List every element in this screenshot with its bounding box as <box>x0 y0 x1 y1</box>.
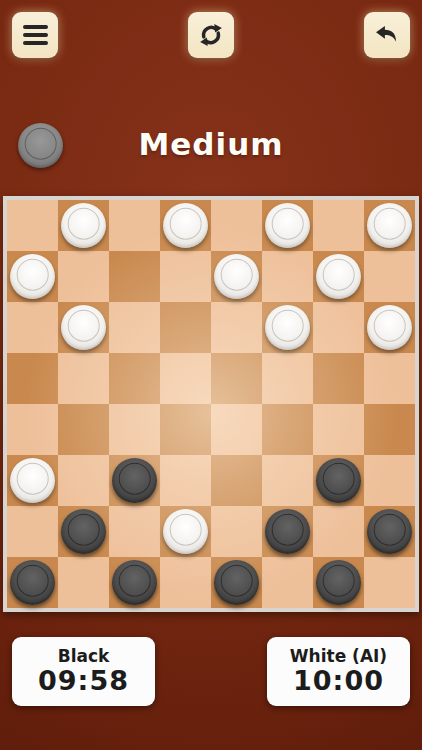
square-r6c0 <box>7 506 58 557</box>
square-r6c5[interactable] <box>262 506 313 557</box>
square-r3c0[interactable] <box>7 353 58 404</box>
square-r1c5 <box>262 251 313 302</box>
turn-indicator-piece <box>18 123 63 168</box>
black-piece[interactable] <box>316 458 361 503</box>
square-r7c0[interactable] <box>7 557 58 608</box>
square-r5c0[interactable] <box>7 455 58 506</box>
white-piece[interactable] <box>163 203 208 248</box>
square-r3c7 <box>364 353 415 404</box>
white-piece[interactable] <box>61 203 106 248</box>
square-r7c4[interactable] <box>211 557 262 608</box>
app-screen: Medium Black 09:58 White (AI) 10:00 <box>0 0 422 750</box>
square-r7c3 <box>160 557 211 608</box>
square-r1c6[interactable] <box>313 251 364 302</box>
white-piece[interactable] <box>61 305 106 350</box>
hamburger-menu-icon <box>23 25 48 45</box>
white-piece[interactable] <box>10 458 55 503</box>
square-r5c2[interactable] <box>109 455 160 506</box>
square-r5c1 <box>58 455 109 506</box>
square-r1c7 <box>364 251 415 302</box>
difficulty-title: Medium <box>0 126 422 162</box>
black-clock-card: Black 09:58 <box>12 637 155 706</box>
square-r3c2[interactable] <box>109 353 160 404</box>
square-r1c0[interactable] <box>7 251 58 302</box>
menu-button[interactable] <box>12 12 58 58</box>
white-clock-label: White (AI) <box>290 647 387 667</box>
square-r2c1[interactable] <box>58 302 109 353</box>
square-r5c6[interactable] <box>313 455 364 506</box>
square-r0c3[interactable] <box>160 200 211 251</box>
square-r4c2 <box>109 404 160 455</box>
white-clock-time: 10:00 <box>293 666 384 696</box>
square-r3c5 <box>262 353 313 404</box>
black-piece[interactable] <box>112 458 157 503</box>
square-r4c1[interactable] <box>58 404 109 455</box>
square-r7c5 <box>262 557 313 608</box>
white-piece[interactable] <box>10 254 55 299</box>
square-r2c3[interactable] <box>160 302 211 353</box>
black-piece[interactable] <box>367 509 412 554</box>
square-r1c4[interactable] <box>211 251 262 302</box>
white-piece[interactable] <box>265 305 310 350</box>
square-r2c0 <box>7 302 58 353</box>
square-r0c7[interactable] <box>364 200 415 251</box>
black-piece[interactable] <box>316 560 361 605</box>
square-r6c7[interactable] <box>364 506 415 557</box>
square-r4c5[interactable] <box>262 404 313 455</box>
square-r7c2[interactable] <box>109 557 160 608</box>
square-r0c2 <box>109 200 160 251</box>
square-r6c2 <box>109 506 160 557</box>
square-r2c6 <box>313 302 364 353</box>
square-r0c1[interactable] <box>58 200 109 251</box>
board-frame <box>3 196 419 612</box>
refresh-icon <box>197 21 225 49</box>
square-r6c3[interactable] <box>160 506 211 557</box>
white-piece[interactable] <box>316 254 361 299</box>
square-r2c5[interactable] <box>262 302 313 353</box>
square-r1c3 <box>160 251 211 302</box>
square-r0c4 <box>211 200 262 251</box>
black-piece[interactable] <box>112 560 157 605</box>
square-r1c1 <box>58 251 109 302</box>
square-r7c1 <box>58 557 109 608</box>
square-r5c4[interactable] <box>211 455 262 506</box>
square-r3c1 <box>58 353 109 404</box>
black-piece[interactable] <box>61 509 106 554</box>
square-r3c4[interactable] <box>211 353 262 404</box>
restart-button[interactable] <box>188 12 234 58</box>
square-r4c4 <box>211 404 262 455</box>
square-r2c2 <box>109 302 160 353</box>
square-r0c0 <box>7 200 58 251</box>
square-r6c4 <box>211 506 262 557</box>
square-r2c7[interactable] <box>364 302 415 353</box>
square-r4c0 <box>7 404 58 455</box>
white-piece[interactable] <box>367 305 412 350</box>
square-r2c4 <box>211 302 262 353</box>
board <box>7 200 415 608</box>
square-r1c2[interactable] <box>109 251 160 302</box>
black-clock-time: 09:58 <box>38 666 129 696</box>
square-r4c3[interactable] <box>160 404 211 455</box>
black-piece[interactable] <box>214 560 259 605</box>
black-clock-label: Black <box>58 647 110 667</box>
square-r4c6 <box>313 404 364 455</box>
turn-indicator <box>18 123 63 168</box>
square-r4c7[interactable] <box>364 404 415 455</box>
undo-arrow-icon <box>373 21 401 49</box>
black-piece[interactable] <box>265 509 310 554</box>
white-clock-card: White (AI) 10:00 <box>267 637 410 706</box>
square-r5c3 <box>160 455 211 506</box>
square-r7c7 <box>364 557 415 608</box>
square-r5c5 <box>262 455 313 506</box>
square-r0c6 <box>313 200 364 251</box>
white-piece[interactable] <box>367 203 412 248</box>
square-r6c1[interactable] <box>58 506 109 557</box>
square-r7c6[interactable] <box>313 557 364 608</box>
square-r5c7 <box>364 455 415 506</box>
square-r0c5[interactable] <box>262 200 313 251</box>
white-piece[interactable] <box>214 254 259 299</box>
white-piece[interactable] <box>265 203 310 248</box>
square-r3c6[interactable] <box>313 353 364 404</box>
undo-button[interactable] <box>364 12 410 58</box>
black-piece[interactable] <box>10 560 55 605</box>
white-piece[interactable] <box>163 509 208 554</box>
square-r6c6 <box>313 506 364 557</box>
square-r3c3 <box>160 353 211 404</box>
